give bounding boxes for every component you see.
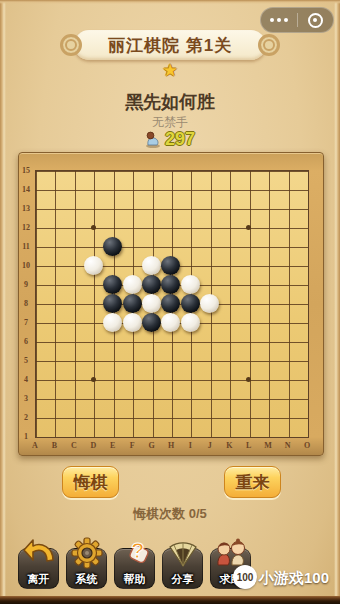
intersection-O8[interactable] bbox=[297, 294, 316, 313]
intersection-B1[interactable] bbox=[45, 427, 64, 446]
fan-icon bbox=[165, 537, 201, 573]
intersection-F8[interactable] bbox=[122, 294, 141, 313]
intersection-G8[interactable] bbox=[142, 294, 161, 313]
intersection-M8[interactable] bbox=[258, 294, 277, 313]
intersection-K9[interactable] bbox=[220, 275, 239, 294]
intersection-L5[interactable] bbox=[239, 351, 258, 370]
intersection-M12[interactable] bbox=[258, 218, 277, 237]
intersection-L12[interactable] bbox=[239, 218, 258, 237]
intersection-G9[interactable] bbox=[142, 275, 161, 294]
intersection-J11[interactable] bbox=[200, 237, 219, 256]
intersection-M15[interactable] bbox=[258, 161, 277, 180]
intersection-N9[interactable] bbox=[278, 275, 297, 294]
intersection-C1[interactable] bbox=[64, 427, 83, 446]
intersection-E5[interactable] bbox=[103, 351, 122, 370]
intersection-I13[interactable] bbox=[181, 199, 200, 218]
intersection-J14[interactable] bbox=[200, 180, 219, 199]
intersection-F7[interactable] bbox=[122, 313, 141, 332]
intersection-F9[interactable] bbox=[122, 275, 141, 294]
black-stone-E9 bbox=[103, 275, 122, 294]
intersection-I14[interactable] bbox=[181, 180, 200, 199]
intersection-L2[interactable] bbox=[239, 408, 258, 427]
intersection-I11[interactable] bbox=[181, 237, 200, 256]
intersection-E2[interactable] bbox=[103, 408, 122, 427]
intersection-K15[interactable] bbox=[220, 161, 239, 180]
intersection-C6[interactable] bbox=[64, 332, 83, 351]
intersection-H3[interactable] bbox=[161, 389, 180, 408]
intersection-G12[interactable] bbox=[142, 218, 161, 237]
intersection-O3[interactable] bbox=[297, 389, 316, 408]
intersection-G13[interactable] bbox=[142, 199, 161, 218]
intersection-E13[interactable] bbox=[103, 199, 122, 218]
intersection-O11[interactable] bbox=[297, 237, 316, 256]
intersection-L4[interactable] bbox=[239, 370, 258, 389]
intersection-K8[interactable] bbox=[220, 294, 239, 313]
intersection-H1[interactable] bbox=[161, 427, 180, 446]
intersection-E11[interactable] bbox=[103, 237, 122, 256]
intersection-J2[interactable] bbox=[200, 408, 219, 427]
intersection-G7[interactable] bbox=[142, 313, 161, 332]
intersection-C2[interactable] bbox=[64, 408, 83, 427]
intersection-F5[interactable] bbox=[122, 351, 141, 370]
white-stone-E7 bbox=[103, 313, 122, 332]
intersection-D13[interactable] bbox=[84, 199, 103, 218]
intersection-E12[interactable] bbox=[103, 218, 122, 237]
intersection-D14[interactable] bbox=[84, 180, 103, 199]
intersection-E1[interactable] bbox=[103, 427, 122, 446]
svg-text:?: ? bbox=[131, 538, 144, 563]
question-scroll-icon: ? bbox=[118, 537, 152, 573]
intersection-L14[interactable] bbox=[239, 180, 258, 199]
intersection-N4[interactable] bbox=[278, 370, 297, 389]
intersection-L10[interactable] bbox=[239, 256, 258, 275]
intersection-L6[interactable] bbox=[239, 332, 258, 351]
scroll-curl-icon bbox=[258, 34, 280, 56]
intersection-G2[interactable] bbox=[142, 408, 161, 427]
intersection-O7[interactable] bbox=[297, 313, 316, 332]
intersection-K7[interactable] bbox=[220, 313, 239, 332]
intersection-D4[interactable] bbox=[84, 370, 103, 389]
item-count-row: 297 bbox=[0, 129, 340, 149]
intersection-D9[interactable] bbox=[84, 275, 103, 294]
level-banner: 丽江棋院 第1关 bbox=[74, 30, 266, 60]
gear-icon bbox=[70, 537, 104, 573]
white-stone-F9 bbox=[123, 275, 142, 294]
intersection-K2[interactable] bbox=[220, 408, 239, 427]
intersection-A14[interactable] bbox=[25, 180, 44, 199]
intersection-J7[interactable] bbox=[200, 313, 219, 332]
intersection-K11[interactable] bbox=[220, 237, 239, 256]
intersection-N6[interactable] bbox=[278, 332, 297, 351]
intersection-C14[interactable] bbox=[64, 180, 83, 199]
intersection-G6[interactable] bbox=[142, 332, 161, 351]
intersection-I8[interactable] bbox=[181, 294, 200, 313]
intersection-L9[interactable] bbox=[239, 275, 258, 294]
white-stone-I7 bbox=[181, 313, 200, 332]
black-stone-H9 bbox=[161, 275, 180, 294]
intersection-N10[interactable] bbox=[278, 256, 297, 275]
intersection-H2[interactable] bbox=[161, 408, 180, 427]
gomoku-board: 151413121110987654321ABCDEFGHIJKLMNO bbox=[18, 152, 324, 456]
intersection-M1[interactable] bbox=[258, 427, 277, 446]
intersection-E9[interactable] bbox=[103, 275, 122, 294]
intersection-H5[interactable] bbox=[161, 351, 180, 370]
intersection-E7[interactable] bbox=[103, 313, 122, 332]
intersection-M3[interactable] bbox=[258, 389, 277, 408]
intersection-N5[interactable] bbox=[278, 351, 297, 370]
intersection-J9[interactable] bbox=[200, 275, 219, 294]
intersection-L11[interactable] bbox=[239, 237, 258, 256]
intersection-D3[interactable] bbox=[84, 389, 103, 408]
intersection-B5[interactable] bbox=[45, 351, 64, 370]
intersection-F12[interactable] bbox=[122, 218, 141, 237]
intersection-N7[interactable] bbox=[278, 313, 297, 332]
intersection-H11[interactable] bbox=[161, 237, 180, 256]
puzzle-objective: 黑先如何胜 bbox=[0, 90, 340, 114]
black-stone-E8 bbox=[103, 294, 122, 313]
white-stone-F7 bbox=[123, 313, 142, 332]
intersection-I4[interactable] bbox=[181, 370, 200, 389]
intersection-D11[interactable] bbox=[84, 237, 103, 256]
intersection-N14[interactable] bbox=[278, 180, 297, 199]
intersection-F14[interactable] bbox=[122, 180, 141, 199]
intersection-J1[interactable] bbox=[200, 427, 219, 446]
intersection-I5[interactable] bbox=[181, 351, 200, 370]
intersection-I7[interactable] bbox=[181, 313, 200, 332]
intersection-H8[interactable] bbox=[161, 294, 180, 313]
white-stone-J8 bbox=[200, 294, 219, 313]
intersection-G4[interactable] bbox=[142, 370, 161, 389]
intersection-B2[interactable] bbox=[45, 408, 64, 427]
intersection-K10[interactable] bbox=[220, 256, 239, 275]
intersection-C9[interactable] bbox=[64, 275, 83, 294]
intersection-B7[interactable] bbox=[45, 313, 64, 332]
intersection-C7[interactable] bbox=[64, 313, 83, 332]
black-stone-I8 bbox=[181, 294, 200, 313]
intersection-O5[interactable] bbox=[297, 351, 316, 370]
intersection-L7[interactable] bbox=[239, 313, 258, 332]
intersection-C10[interactable] bbox=[64, 256, 83, 275]
intersection-O12[interactable] bbox=[297, 218, 316, 237]
intersection-J8[interactable] bbox=[200, 294, 219, 313]
intersection-D7[interactable] bbox=[84, 313, 103, 332]
intersection-J6[interactable] bbox=[200, 332, 219, 351]
intersection-O10[interactable] bbox=[297, 256, 316, 275]
intersection-A9[interactable] bbox=[25, 275, 44, 294]
level-title: 丽江棋院 第1关 bbox=[108, 34, 232, 57]
intersection-I1[interactable] bbox=[181, 427, 200, 446]
intersection-D1[interactable] bbox=[84, 427, 103, 446]
intersection-K6[interactable] bbox=[220, 332, 239, 351]
black-stone-G9 bbox=[142, 275, 161, 294]
intersection-L1[interactable] bbox=[239, 427, 258, 446]
intersection-G3[interactable] bbox=[142, 389, 161, 408]
intersection-N11[interactable] bbox=[278, 237, 297, 256]
intersection-J10[interactable] bbox=[200, 256, 219, 275]
black-stone-E11 bbox=[103, 237, 122, 256]
intersection-O14[interactable] bbox=[297, 180, 316, 199]
intersection-B12[interactable] bbox=[45, 218, 64, 237]
intersection-K3[interactable] bbox=[220, 389, 239, 408]
intersection-A8[interactable] bbox=[25, 294, 44, 313]
intersection-B15[interactable] bbox=[45, 161, 64, 180]
toolbar-system-button[interactable]: 系统 bbox=[66, 548, 107, 589]
intersection-O6[interactable] bbox=[297, 332, 316, 351]
intersection-G5[interactable] bbox=[142, 351, 161, 370]
intersection-B10[interactable] bbox=[45, 256, 64, 275]
more-icon bbox=[270, 18, 274, 22]
intersection-H10[interactable] bbox=[161, 256, 180, 275]
white-stone-I9 bbox=[181, 275, 200, 294]
intersection-N8[interactable] bbox=[278, 294, 297, 313]
intersection-K13[interactable] bbox=[220, 199, 239, 218]
intersection-E14[interactable] bbox=[103, 180, 122, 199]
intersection-C12[interactable] bbox=[64, 218, 83, 237]
intersection-J13[interactable] bbox=[200, 199, 219, 218]
intersection-O1[interactable] bbox=[297, 427, 316, 446]
white-stone-D10 bbox=[84, 256, 103, 275]
intersection-K4[interactable] bbox=[220, 370, 239, 389]
intersection-D10[interactable] bbox=[84, 256, 103, 275]
undo-button[interactable]: 悔棋 bbox=[62, 466, 119, 498]
page-frame-top bbox=[0, 0, 340, 4]
intersection-I9[interactable] bbox=[181, 275, 200, 294]
intersection-C8[interactable] bbox=[64, 294, 83, 313]
intersection-D6[interactable] bbox=[84, 332, 103, 351]
intersection-B14[interactable] bbox=[45, 180, 64, 199]
intersection-M14[interactable] bbox=[258, 180, 277, 199]
black-stone-H10 bbox=[161, 256, 180, 275]
intersection-G1[interactable] bbox=[142, 427, 161, 446]
toolbar-share-button[interactable]: 分享 bbox=[162, 548, 203, 589]
intersection-G14[interactable] bbox=[142, 180, 161, 199]
white-stone-H7 bbox=[161, 313, 180, 332]
watermark-text: 小游戏100 bbox=[259, 569, 329, 588]
intersection-A6[interactable] bbox=[25, 332, 44, 351]
intersection-N1[interactable] bbox=[278, 427, 297, 446]
bottom-bar bbox=[0, 596, 340, 604]
intersection-C4[interactable] bbox=[64, 370, 83, 389]
kowtow-helper-icon bbox=[145, 130, 161, 148]
intersection-F13[interactable] bbox=[122, 199, 141, 218]
intersection-F6[interactable] bbox=[122, 332, 141, 351]
intersection-O15[interactable] bbox=[297, 161, 316, 180]
intersection-C5[interactable] bbox=[64, 351, 83, 370]
intersection-E8[interactable] bbox=[103, 294, 122, 313]
intersection-K14[interactable] bbox=[220, 180, 239, 199]
restart-button[interactable]: 重来 bbox=[224, 466, 281, 498]
intersection-E15[interactable] bbox=[103, 161, 122, 180]
intersection-L3[interactable] bbox=[239, 389, 258, 408]
intersection-A10[interactable] bbox=[25, 256, 44, 275]
intersection-D12[interactable] bbox=[84, 218, 103, 237]
intersection-J3[interactable] bbox=[200, 389, 219, 408]
intersection-N15[interactable] bbox=[278, 161, 297, 180]
intersection-N3[interactable] bbox=[278, 389, 297, 408]
intersection-M6[interactable] bbox=[258, 332, 277, 351]
intersection-C15[interactable] bbox=[64, 161, 83, 180]
intersection-H12[interactable] bbox=[161, 218, 180, 237]
intersection-F1[interactable] bbox=[122, 427, 141, 446]
intersection-M9[interactable] bbox=[258, 275, 277, 294]
intersection-H9[interactable] bbox=[161, 275, 180, 294]
intersection-B8[interactable] bbox=[45, 294, 64, 313]
intersection-I2[interactable] bbox=[181, 408, 200, 427]
black-stone-H8 bbox=[161, 294, 180, 313]
intersection-L13[interactable] bbox=[239, 199, 258, 218]
white-stone-G8 bbox=[142, 294, 161, 313]
item-count: 297 bbox=[165, 129, 195, 150]
intersection-J12[interactable] bbox=[200, 218, 219, 237]
intersection-A13[interactable] bbox=[25, 199, 44, 218]
intersection-D2[interactable] bbox=[84, 408, 103, 427]
intersection-B3[interactable] bbox=[45, 389, 64, 408]
intersection-B11[interactable] bbox=[45, 237, 64, 256]
undo-counter: 悔棋次数 0/5 bbox=[0, 505, 340, 523]
intersection-A5[interactable] bbox=[25, 351, 44, 370]
intersection-A2[interactable] bbox=[25, 408, 44, 427]
star-icon: ★ bbox=[162, 60, 177, 81]
intersection-B13[interactable] bbox=[45, 199, 64, 218]
intersection-D5[interactable] bbox=[84, 351, 103, 370]
intersection-C13[interactable] bbox=[64, 199, 83, 218]
intersection-I3[interactable] bbox=[181, 389, 200, 408]
intersection-O2[interactable] bbox=[297, 408, 316, 427]
intersection-I12[interactable] bbox=[181, 218, 200, 237]
exit-button[interactable] bbox=[298, 8, 334, 32]
back-arrow-icon bbox=[22, 537, 56, 571]
intersection-I15[interactable] bbox=[181, 161, 200, 180]
intersection-K12[interactable] bbox=[220, 218, 239, 237]
intersection-C11[interactable] bbox=[64, 237, 83, 256]
intersection-J4[interactable] bbox=[200, 370, 219, 389]
scroll-curl-icon bbox=[60, 34, 82, 56]
intersection-E6[interactable] bbox=[103, 332, 122, 351]
intersection-A15[interactable] bbox=[25, 161, 44, 180]
intersection-N13[interactable] bbox=[278, 199, 297, 218]
wechat-capsule bbox=[260, 7, 334, 33]
intersection-F3[interactable] bbox=[122, 389, 141, 408]
intersection-H7[interactable] bbox=[161, 313, 180, 332]
intersection-K5[interactable] bbox=[220, 351, 239, 370]
intersection-A12[interactable] bbox=[25, 218, 44, 237]
intersection-C3[interactable] bbox=[64, 389, 83, 408]
watermark-badge: 100 bbox=[233, 565, 257, 589]
intersection-O9[interactable] bbox=[297, 275, 316, 294]
intersection-A4[interactable] bbox=[25, 370, 44, 389]
intersection-I10[interactable] bbox=[181, 256, 200, 275]
board-intersections bbox=[25, 161, 316, 446]
intersection-G11[interactable] bbox=[142, 237, 161, 256]
black-stone-G7 bbox=[142, 313, 161, 332]
intersection-M7[interactable] bbox=[258, 313, 277, 332]
toolbar-help-button[interactable]: ? 帮助 bbox=[114, 548, 155, 589]
white-stone-G10 bbox=[142, 256, 161, 275]
intersection-A7[interactable] bbox=[25, 313, 44, 332]
toolbar-leave-button[interactable]: 离开 bbox=[18, 548, 59, 589]
intersection-M13[interactable] bbox=[258, 199, 277, 218]
intersection-L15[interactable] bbox=[239, 161, 258, 180]
intersection-F4[interactable] bbox=[122, 370, 141, 389]
intersection-F2[interactable] bbox=[122, 408, 141, 427]
intersection-B6[interactable] bbox=[45, 332, 64, 351]
intersection-D15[interactable] bbox=[84, 161, 103, 180]
intersection-A11[interactable] bbox=[25, 237, 44, 256]
intersection-E4[interactable] bbox=[103, 370, 122, 389]
intersection-M10[interactable] bbox=[258, 256, 277, 275]
more-button[interactable] bbox=[261, 8, 297, 32]
intersection-M2[interactable] bbox=[258, 408, 277, 427]
intersection-I6[interactable] bbox=[181, 332, 200, 351]
exit-icon bbox=[308, 13, 323, 28]
intersection-M11[interactable] bbox=[258, 237, 277, 256]
intersection-N2[interactable] bbox=[278, 408, 297, 427]
intersection-F11[interactable] bbox=[122, 237, 141, 256]
intersection-H13[interactable] bbox=[161, 199, 180, 218]
intersection-J5[interactable] bbox=[200, 351, 219, 370]
intersection-M4[interactable] bbox=[258, 370, 277, 389]
intersection-N12[interactable] bbox=[278, 218, 297, 237]
intersection-K1[interactable] bbox=[220, 427, 239, 446]
intersection-J15[interactable] bbox=[200, 161, 219, 180]
intersection-H6[interactable] bbox=[161, 332, 180, 351]
intersection-H14[interactable] bbox=[161, 180, 180, 199]
intersection-H15[interactable] bbox=[161, 161, 180, 180]
intersection-B4[interactable] bbox=[45, 370, 64, 389]
intersection-L8[interactable] bbox=[239, 294, 258, 313]
intersection-O13[interactable] bbox=[297, 199, 316, 218]
intersection-B9[interactable] bbox=[45, 275, 64, 294]
intersection-D8[interactable] bbox=[84, 294, 103, 313]
intersection-E10[interactable] bbox=[103, 256, 122, 275]
intersection-E3[interactable] bbox=[103, 389, 122, 408]
black-stone-F8 bbox=[123, 294, 142, 313]
intersection-F10[interactable] bbox=[122, 256, 141, 275]
intersection-A1[interactable] bbox=[25, 427, 44, 446]
intersection-G15[interactable] bbox=[142, 161, 161, 180]
intersection-O4[interactable] bbox=[297, 370, 316, 389]
intersection-F15[interactable] bbox=[122, 161, 141, 180]
intersection-M5[interactable] bbox=[258, 351, 277, 370]
intersection-A3[interactable] bbox=[25, 389, 44, 408]
intersection-H4[interactable] bbox=[161, 370, 180, 389]
intersection-G10[interactable] bbox=[142, 256, 161, 275]
